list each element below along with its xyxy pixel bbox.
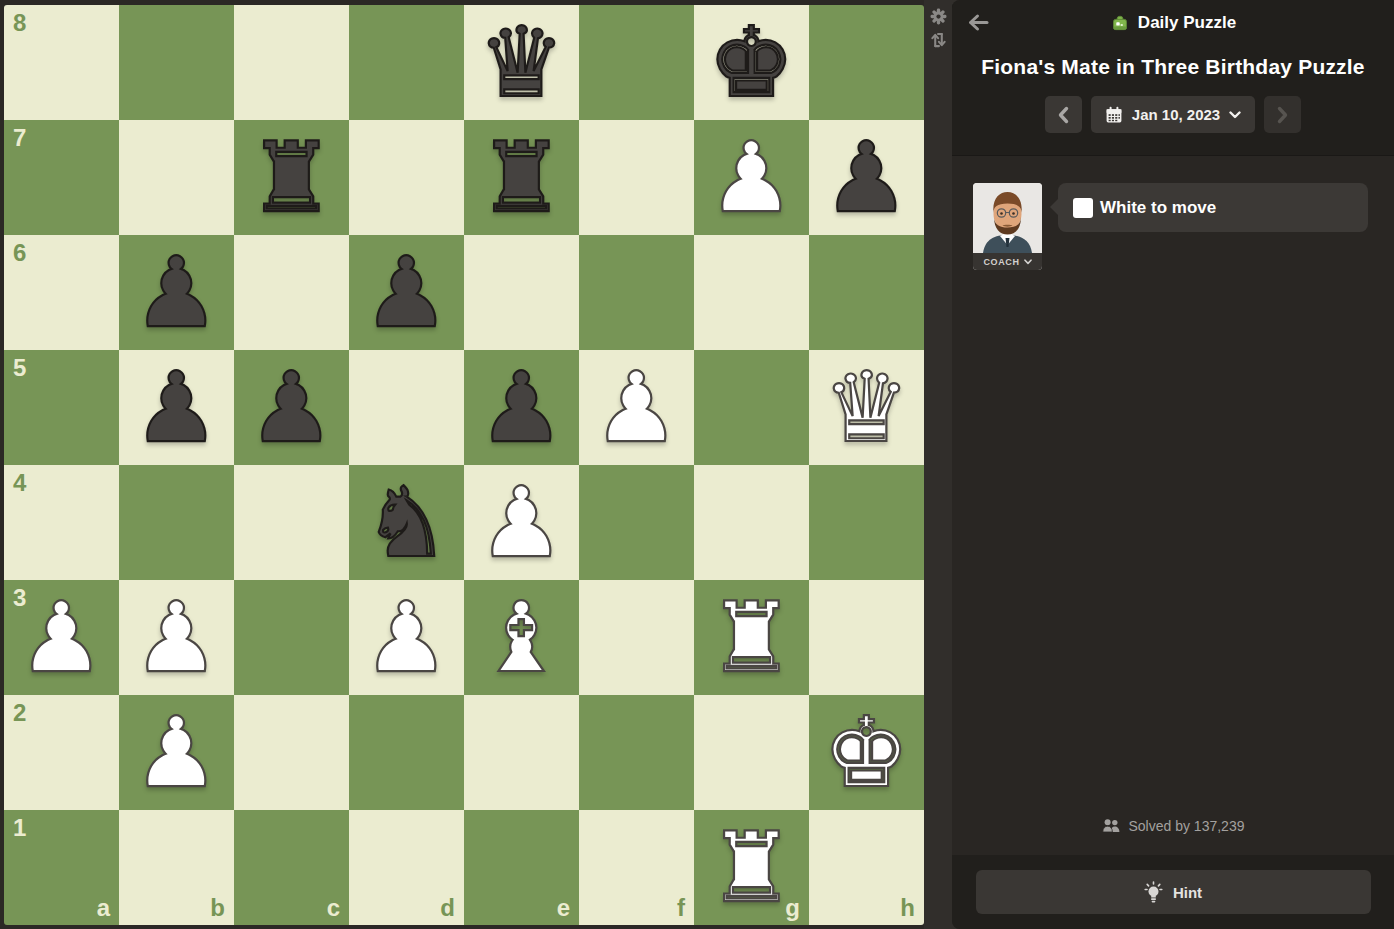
square-h3[interactable] [809, 580, 924, 695]
panel-title-row: Daily Puzzle [952, 0, 1394, 33]
piece-white-pawn[interactable]: ♟ [119, 580, 234, 695]
panel-footer: Hint [952, 855, 1394, 929]
piece-white-pawn[interactable]: ♟ [694, 120, 809, 235]
square-c1[interactable]: c [234, 810, 349, 925]
rank-label-1: 1 [13, 816, 26, 840]
rank-label-2: 2 [13, 701, 26, 725]
panel-header: Daily Puzzle Fiona's Mate in Three Birth… [952, 0, 1394, 155]
board-area: 8♛♚7♜♜♟♟6♟♟5♟♟♟♟♛4♞♟3♟♟♟♝♜2♟♚1abcdefg♜h [0, 0, 924, 929]
file-label-h: h [900, 896, 915, 920]
square-b7[interactable] [119, 120, 234, 235]
square-f8[interactable] [579, 5, 694, 120]
square-g7[interactable]: ♟ [694, 120, 809, 235]
square-b3[interactable]: ♟ [119, 580, 234, 695]
square-d7[interactable] [349, 120, 464, 235]
piece-white-pawn[interactable]: ♟ [119, 695, 234, 810]
square-c3[interactable] [234, 580, 349, 695]
square-h1[interactable]: h [809, 810, 924, 925]
square-f1[interactable]: f [579, 810, 694, 925]
square-f7[interactable] [579, 120, 694, 235]
square-d2[interactable] [349, 695, 464, 810]
board-tool-strip [924, 0, 952, 929]
piece-white-rook[interactable]: ♜ [694, 580, 809, 695]
piece-black-pawn[interactable]: ♟ [119, 235, 234, 350]
square-b1[interactable]: b [119, 810, 234, 925]
piece-white-pawn[interactable]: ♟ [579, 350, 694, 465]
square-b6[interactable]: ♟ [119, 235, 234, 350]
square-h4[interactable] [809, 465, 924, 580]
square-g2[interactable] [694, 695, 809, 810]
square-d1[interactable]: d [349, 810, 464, 925]
coach-row: COACH White to move [973, 183, 1368, 270]
piece-white-queen[interactable]: ♛ [809, 350, 924, 465]
piece-black-king[interactable]: ♚ [694, 5, 809, 120]
square-b4[interactable] [119, 465, 234, 580]
file-label-a: a [97, 896, 110, 920]
coach-caret-icon [1024, 259, 1032, 265]
square-c7[interactable]: ♜ [234, 120, 349, 235]
square-a4[interactable]: 4 [4, 465, 119, 580]
piece-white-pawn[interactable]: ♟ [4, 580, 119, 695]
piece-black-queen[interactable]: ♛ [464, 5, 579, 120]
square-c6[interactable] [234, 235, 349, 350]
square-e7[interactable]: ♜ [464, 120, 579, 235]
square-d6[interactable]: ♟ [349, 235, 464, 350]
back-button[interactable] [966, 11, 990, 33]
square-e6[interactable] [464, 235, 579, 350]
next-puzzle-button[interactable] [1264, 96, 1301, 133]
square-d8[interactable] [349, 5, 464, 120]
square-h6[interactable] [809, 235, 924, 350]
date-navigation: Jan 10, 2023 [952, 96, 1394, 133]
players-icon [1102, 819, 1121, 833]
coach-card: COACH [973, 183, 1042, 270]
square-f3[interactable] [579, 580, 694, 695]
flip-board-button[interactable] [928, 30, 948, 50]
hint-button[interactable]: Hint [976, 870, 1371, 914]
piece-white-king[interactable]: ♚ [809, 695, 924, 810]
puzzle-name: Fiona's Mate in Three Birthday Puzzle [952, 55, 1394, 79]
square-e2[interactable] [464, 695, 579, 810]
panel-title: Daily Puzzle [1138, 13, 1236, 33]
piece-white-bishop[interactable]: ♝ [464, 580, 579, 695]
lightbulb-icon [1144, 881, 1163, 904]
chevron-right-icon [1276, 106, 1289, 124]
square-e1[interactable]: e [464, 810, 579, 925]
puzzle-panel: Daily Puzzle Fiona's Mate in Three Birth… [952, 0, 1394, 929]
square-b5[interactable]: ♟ [119, 350, 234, 465]
white-to-move-swatch [1073, 198, 1093, 218]
square-a5[interactable]: 5 [4, 350, 119, 465]
square-g3[interactable]: ♜ [694, 580, 809, 695]
square-b8[interactable] [119, 5, 234, 120]
piece-black-knight[interactable]: ♞ [349, 465, 464, 580]
square-f4[interactable] [579, 465, 694, 580]
chevron-left-icon [1057, 106, 1070, 124]
chevron-down-icon [1229, 111, 1241, 119]
date-label: Jan 10, 2023 [1132, 106, 1220, 123]
square-b2[interactable]: ♟ [119, 695, 234, 810]
piece-black-pawn[interactable]: ♟ [349, 235, 464, 350]
square-c5[interactable]: ♟ [234, 350, 349, 465]
piece-white-pawn[interactable]: ♟ [349, 580, 464, 695]
file-label-f: f [677, 896, 685, 920]
square-a1[interactable]: 1a [4, 810, 119, 925]
file-label-b: b [210, 896, 225, 920]
coach-label-text: COACH [984, 257, 1020, 267]
piece-black-pawn[interactable]: ♟ [119, 350, 234, 465]
square-h7[interactable]: ♟ [809, 120, 924, 235]
square-g6[interactable] [694, 235, 809, 350]
square-h8[interactable] [809, 5, 924, 120]
square-d3[interactable]: ♟ [349, 580, 464, 695]
piece-black-pawn[interactable]: ♟ [464, 350, 579, 465]
coach-avatar [973, 183, 1042, 253]
square-g5[interactable] [694, 350, 809, 465]
square-a8[interactable]: 8 [4, 5, 119, 120]
square-a7[interactable]: 7 [4, 120, 119, 235]
square-g4[interactable] [694, 465, 809, 580]
square-e4[interactable]: ♟ [464, 465, 579, 580]
solved-count-text: Solved by 137,239 [1129, 818, 1245, 834]
square-c8[interactable] [234, 5, 349, 120]
rank-label-4: 4 [13, 471, 26, 495]
piece-black-rook[interactable]: ♜ [464, 120, 579, 235]
coach-speech-bubble: White to move [1058, 183, 1368, 232]
rank-label-6: 6 [13, 241, 26, 265]
square-d4[interactable]: ♞ [349, 465, 464, 580]
square-e8[interactable]: ♛ [464, 5, 579, 120]
square-g1[interactable]: g♜ [694, 810, 809, 925]
flip-board-icon [931, 31, 946, 49]
piece-black-pawn[interactable]: ♟ [234, 350, 349, 465]
calendar-icon [1105, 106, 1123, 124]
square-a2[interactable]: 2 [4, 695, 119, 810]
rank-label-7: 7 [13, 126, 26, 150]
rank-label-8: 8 [13, 11, 26, 35]
file-label-e: e [557, 896, 570, 920]
piece-white-rook[interactable]: ♜ [694, 810, 809, 925]
piece-black-rook[interactable]: ♜ [234, 120, 349, 235]
square-f5[interactable]: ♟ [579, 350, 694, 465]
square-d5[interactable] [349, 350, 464, 465]
solved-count-row: Solved by 137,239 [952, 810, 1394, 842]
square-c4[interactable] [234, 465, 349, 580]
file-label-d: d [440, 896, 455, 920]
date-picker-button[interactable]: Jan 10, 2023 [1091, 96, 1255, 133]
square-a3[interactable]: 3♟ [4, 580, 119, 695]
square-e5[interactable]: ♟ [464, 350, 579, 465]
move-prompt: White to move [1100, 198, 1216, 218]
square-e3[interactable]: ♝ [464, 580, 579, 695]
piece-black-pawn[interactable]: ♟ [809, 120, 924, 235]
square-c2[interactable] [234, 695, 349, 810]
square-g8[interactable]: ♚ [694, 5, 809, 120]
gear-icon [930, 8, 947, 25]
piece-white-pawn[interactable]: ♟ [464, 465, 579, 580]
chess-board: 8♛♚7♜♜♟♟6♟♟5♟♟♟♟♛4♞♟3♟♟♟♝♜2♟♚1abcdefg♜h [4, 5, 924, 925]
file-label-c: c [327, 896, 340, 920]
square-h5[interactable]: ♛ [809, 350, 924, 465]
daily-puzzle-page: 8♛♚7♜♜♟♟6♟♟5♟♟♟♟♛4♞♟3♟♟♟♝♜2♟♚1abcdefg♜h [0, 0, 1394, 929]
rank-label-5: 5 [13, 356, 26, 380]
back-arrow-icon [967, 13, 989, 32]
puzzle-piece-icon [1110, 13, 1130, 33]
square-a6[interactable]: 6 [4, 235, 119, 350]
coach-dropdown[interactable]: COACH [973, 253, 1042, 270]
previous-puzzle-button[interactable] [1045, 96, 1082, 133]
square-f2[interactable] [579, 695, 694, 810]
hint-label: Hint [1173, 884, 1202, 901]
settings-button[interactable] [928, 6, 948, 26]
square-h2[interactable]: ♚ [809, 695, 924, 810]
square-f6[interactable] [579, 235, 694, 350]
